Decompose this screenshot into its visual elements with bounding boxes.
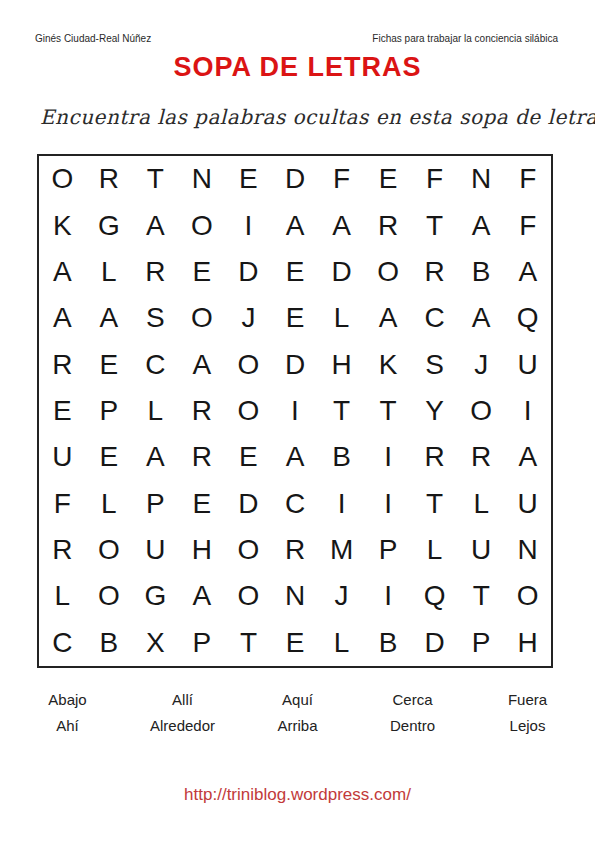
grid-cell-r11c10: P xyxy=(458,620,505,666)
grid-cell-r1c6: D xyxy=(272,156,319,202)
footer-url-link[interactable]: http://triniblog.wordpress.com/ xyxy=(184,785,411,804)
word-item: Dentro xyxy=(355,713,470,739)
grid-cell-r5c5: O xyxy=(225,341,272,387)
grid-cell-r4c5: J xyxy=(225,295,272,341)
grid-cell-r10c9: Q xyxy=(411,573,458,619)
grid-cell-r9c7: M xyxy=(318,527,365,573)
grid-cell-r11c5: T xyxy=(225,620,272,666)
grid-cell-r6c7: T xyxy=(318,388,365,434)
grid-cell-r4c2: A xyxy=(86,295,133,341)
grid-cell-r4c3: S xyxy=(132,295,179,341)
worksheet-page: Ginés Ciudad-Real Núñez Fichas para trab… xyxy=(0,0,595,842)
grid-cell-r5c4: A xyxy=(179,341,226,387)
grid-cell-r10c6: N xyxy=(272,573,319,619)
grid-cell-r1c8: E xyxy=(365,156,412,202)
grid-cell-r6c3: L xyxy=(132,388,179,434)
grid-cell-r1c9: F xyxy=(411,156,458,202)
grid-cell-r8c6: C xyxy=(272,481,319,527)
grid-cell-r11c11: H xyxy=(504,620,551,666)
grid-cell-r7c2: E xyxy=(86,434,133,480)
grid-cell-r6c8: T xyxy=(365,388,412,434)
grid-cell-r10c11: O xyxy=(504,573,551,619)
grid-cell-r8c5: D xyxy=(225,481,272,527)
word-column-4: CercaDentro xyxy=(355,687,470,739)
grid-cell-r3c7: D xyxy=(318,249,365,295)
word-item: Cerca xyxy=(355,687,470,713)
grid-cell-r2c9: T xyxy=(411,202,458,248)
footer-link-wrap: http://triniblog.wordpress.com/ xyxy=(0,785,595,805)
grid-cell-r8c8: I xyxy=(365,481,412,527)
grid-cell-r10c3: G xyxy=(132,573,179,619)
grid-cell-r3c2: L xyxy=(86,249,133,295)
grid-cell-r7c6: A xyxy=(272,434,319,480)
grid-cell-r11c3: X xyxy=(132,620,179,666)
word-item: Lejos xyxy=(470,713,585,739)
grid-cell-r9c4: H xyxy=(179,527,226,573)
grid-cell-r10c4: A xyxy=(179,573,226,619)
grid-cell-r7c3: A xyxy=(132,434,179,480)
grid-cell-r1c1: O xyxy=(39,156,86,202)
series-text: Fichas para trabajar la conciencia siláb… xyxy=(372,33,558,44)
grid-cell-r11c2: B xyxy=(86,620,133,666)
word-item: Alrededor xyxy=(125,713,240,739)
author-text: Ginés Ciudad-Real Núñez xyxy=(35,33,151,44)
grid-cell-r6c11: I xyxy=(504,388,551,434)
grid-cell-r2c2: G xyxy=(86,202,133,248)
grid-cell-r1c3: T xyxy=(132,156,179,202)
word-column-5: FueraLejos xyxy=(470,687,585,739)
grid-cell-r1c5: E xyxy=(225,156,272,202)
word-item: Arriba xyxy=(240,713,355,739)
grid-cell-r3c1: A xyxy=(39,249,86,295)
grid-cell-r8c1: F xyxy=(39,481,86,527)
grid-cell-r3c6: E xyxy=(272,249,319,295)
grid-cell-r7c1: U xyxy=(39,434,86,480)
grid-cell-r5c3: C xyxy=(132,341,179,387)
grid-cell-r10c10: T xyxy=(458,573,505,619)
grid-cell-r8c3: P xyxy=(132,481,179,527)
grid-cell-r6c9: Y xyxy=(411,388,458,434)
grid-cell-r4c11: Q xyxy=(504,295,551,341)
grid-cell-r2c4: O xyxy=(179,202,226,248)
grid-cell-r7c4: R xyxy=(179,434,226,480)
grid-cell-r9c9: L xyxy=(411,527,458,573)
grid-cell-r5c9: S xyxy=(411,341,458,387)
grid-cell-r3c3: R xyxy=(132,249,179,295)
grid-cell-r11c1: C xyxy=(39,620,86,666)
grid-cell-r7c9: R xyxy=(411,434,458,480)
grid-cell-r11c9: D xyxy=(411,620,458,666)
grid-cell-r1c2: R xyxy=(86,156,133,202)
grid-cell-r10c7: J xyxy=(318,573,365,619)
word-column-1: AbajoAhí xyxy=(10,687,125,739)
grid-cell-r2c3: A xyxy=(132,202,179,248)
grid-cell-r1c7: F xyxy=(318,156,365,202)
grid-cell-r2c5: I xyxy=(225,202,272,248)
word-item: Abajo xyxy=(10,687,125,713)
grid-cell-r9c2: O xyxy=(86,527,133,573)
grid-cell-r10c2: O xyxy=(86,573,133,619)
page-header: Ginés Ciudad-Real Núñez Fichas para trab… xyxy=(35,33,558,44)
grid-cell-r4c1: A xyxy=(39,295,86,341)
page-title: SOPA DE LETRAS xyxy=(0,52,595,83)
grid-cell-r4c6: E xyxy=(272,295,319,341)
grid-cell-r7c10: R xyxy=(458,434,505,480)
grid-cell-r8c7: I xyxy=(318,481,365,527)
grid-cell-r3c9: R xyxy=(411,249,458,295)
grid-cell-r8c11: U xyxy=(504,481,551,527)
grid-cell-r6c1: E xyxy=(39,388,86,434)
grid-cell-r11c4: P xyxy=(179,620,226,666)
grid-cell-r3c10: B xyxy=(458,249,505,295)
grid-cell-r6c4: R xyxy=(179,388,226,434)
grid-cell-r9c10: U xyxy=(458,527,505,573)
grid-cell-r1c10: N xyxy=(458,156,505,202)
grid-cell-r5c8: K xyxy=(365,341,412,387)
grid-cell-r6c2: P xyxy=(86,388,133,434)
grid-cell-r2c8: R xyxy=(365,202,412,248)
grid-cell-r8c2: L xyxy=(86,481,133,527)
grid-cell-r4c8: A xyxy=(365,295,412,341)
grid-cell-r5c6: D xyxy=(272,341,319,387)
grid-cell-r4c9: C xyxy=(411,295,458,341)
grid-cell-r8c4: E xyxy=(179,481,226,527)
grid-cell-r3c4: E xyxy=(179,249,226,295)
grid-cell-r6c6: I xyxy=(272,388,319,434)
grid-cell-r5c10: J xyxy=(458,341,505,387)
grid-cell-r11c6: E xyxy=(272,620,319,666)
grid-cell-r10c8: I xyxy=(365,573,412,619)
grid-cell-r3c8: O xyxy=(365,249,412,295)
grid-cell-r5c7: H xyxy=(318,341,365,387)
grid-cell-r11c8: B xyxy=(365,620,412,666)
grid-cell-r1c11: F xyxy=(504,156,551,202)
grid-cell-r2c10: A xyxy=(458,202,505,248)
grid-cell-r7c5: E xyxy=(225,434,272,480)
word-list: AbajoAhíAllíAlrededorAquíArribaCercaDent… xyxy=(10,687,585,739)
letter-grid: ORTNEDFEFNFKGAOIAARTAFALREDEDORBAAASOJEL… xyxy=(37,154,553,668)
word-item: Ahí xyxy=(10,713,125,739)
grid-cell-r5c11: U xyxy=(504,341,551,387)
grid-cell-r9c6: R xyxy=(272,527,319,573)
grid-cell-r5c2: E xyxy=(86,341,133,387)
word-item: Allí xyxy=(125,687,240,713)
grid-cell-r9c5: O xyxy=(225,527,272,573)
grid-cell-r8c9: T xyxy=(411,481,458,527)
grid-cell-r9c1: R xyxy=(39,527,86,573)
grid-cell-r11c7: L xyxy=(318,620,365,666)
grid-cell-r9c3: U xyxy=(132,527,179,573)
grid-cell-r7c8: I xyxy=(365,434,412,480)
instruction-text: Encuentra las palabras ocultas en esta s… xyxy=(40,105,555,129)
grid-cell-r4c4: O xyxy=(179,295,226,341)
grid-cell-r5c1: R xyxy=(39,341,86,387)
grid-cell-r4c7: L xyxy=(318,295,365,341)
grid-cell-r7c7: B xyxy=(318,434,365,480)
grid-cell-r9c8: P xyxy=(365,527,412,573)
grid-cell-r10c1: L xyxy=(39,573,86,619)
word-item: Fuera xyxy=(470,687,585,713)
grid-cell-r4c10: A xyxy=(458,295,505,341)
grid-cell-r6c10: O xyxy=(458,388,505,434)
grid-cell-r3c5: D xyxy=(225,249,272,295)
grid-cell-r7c11: A xyxy=(504,434,551,480)
grid-cell-r9c11: N xyxy=(504,527,551,573)
word-column-2: AllíAlrededor xyxy=(125,687,240,739)
word-item: Aquí xyxy=(240,687,355,713)
grid-cell-r2c1: K xyxy=(39,202,86,248)
grid-cell-r1c4: N xyxy=(179,156,226,202)
word-column-3: AquíArriba xyxy=(240,687,355,739)
grid-cell-r2c11: F xyxy=(504,202,551,248)
grid-cell-r8c10: L xyxy=(458,481,505,527)
grid-cell-r3c11: A xyxy=(504,249,551,295)
grid-cell-r2c6: A xyxy=(272,202,319,248)
grid-cell-r6c5: O xyxy=(225,388,272,434)
grid-cell-r10c5: O xyxy=(225,573,272,619)
grid-cell-r2c7: A xyxy=(318,202,365,248)
